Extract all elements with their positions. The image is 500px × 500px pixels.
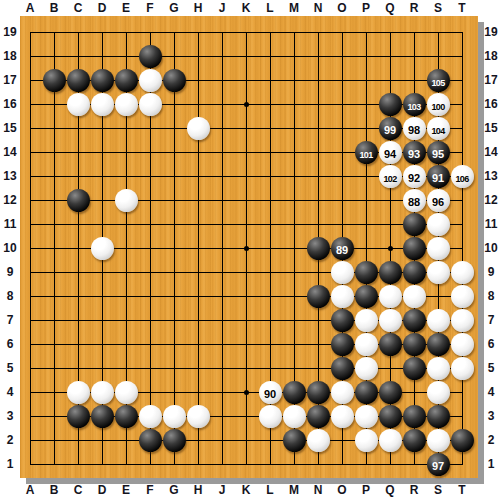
stone-white-m3 (283, 405, 306, 428)
coord-label-top-t: T (453, 2, 471, 15)
stone-white-h15 (187, 117, 210, 140)
stone-white-s2 (427, 429, 450, 452)
coord-label-left-4: 4 (1, 384, 19, 400)
coord-label-bottom-f: F (141, 484, 159, 497)
stone-black-o7 (331, 309, 354, 332)
stone-white-c16 (67, 93, 90, 116)
stone-black-p14: 101 (355, 141, 378, 164)
stone-black-d3 (91, 405, 114, 428)
stone-white-s10 (427, 237, 450, 260)
coord-label-right-14: 14 (482, 144, 500, 160)
stone-white-e12 (115, 189, 138, 212)
coord-label-left-8: 8 (1, 288, 19, 304)
move-number: 106 (455, 174, 468, 184)
coord-label-bottom-a: A (21, 484, 39, 497)
stone-black-r3 (403, 405, 426, 428)
stone-white-t6 (451, 333, 474, 356)
stone-black-g17 (163, 69, 186, 92)
stone-black-m2 (283, 429, 306, 452)
coord-label-bottom-c: C (69, 484, 87, 497)
coord-label-bottom-b: B (45, 484, 63, 497)
coord-label-bottom-k: K (237, 484, 255, 497)
coord-label-bottom-m: M (285, 484, 303, 497)
stone-white-q13: 102 (379, 165, 402, 188)
stone-black-s14: 95 (427, 141, 450, 164)
stone-white-o4 (331, 381, 354, 404)
grid-line-vertical (30, 32, 31, 465)
coord-label-bottom-p: P (357, 484, 375, 497)
stone-black-r5 (403, 357, 426, 380)
coord-label-right-7: 7 (482, 312, 500, 328)
stone-black-p4 (355, 381, 378, 404)
stone-white-r12: 88 (403, 189, 426, 212)
stone-white-p6 (355, 333, 378, 356)
stone-black-c17 (67, 69, 90, 92)
grid-line-vertical (198, 32, 199, 465)
stone-black-q6 (379, 333, 402, 356)
stone-black-f18 (139, 45, 162, 68)
star-point-k16 (244, 102, 249, 107)
coord-label-left-7: 7 (1, 312, 19, 328)
coord-label-left-5: 5 (1, 360, 19, 376)
stone-white-h3 (187, 405, 210, 428)
coord-label-right-2: 2 (482, 432, 500, 448)
coord-label-right-11: 11 (482, 216, 500, 232)
stone-white-o3 (331, 405, 354, 428)
stone-black-n10 (307, 237, 330, 260)
stone-white-o8 (331, 285, 354, 308)
stone-black-e17 (115, 69, 138, 92)
stone-black-s3 (427, 405, 450, 428)
stone-white-p2 (355, 429, 378, 452)
stone-black-r14: 93 (403, 141, 426, 164)
stone-black-q15: 99 (379, 117, 402, 140)
stone-white-n2 (307, 429, 330, 452)
stone-black-n3 (307, 405, 330, 428)
stone-black-p8 (355, 285, 378, 308)
coord-label-left-6: 6 (1, 336, 19, 352)
stone-black-p9 (355, 261, 378, 284)
move-number: 99 (384, 124, 396, 136)
move-number: 93 (408, 148, 420, 160)
stone-white-r8 (403, 285, 426, 308)
stone-black-r2 (403, 429, 426, 452)
coord-label-top-j: J (213, 2, 231, 15)
stone-white-s7 (427, 309, 450, 332)
stone-white-t8 (451, 285, 474, 308)
coord-label-top-q: Q (381, 2, 399, 15)
coord-label-right-16: 16 (482, 96, 500, 112)
move-number: 96 (432, 196, 444, 208)
stone-white-e16 (115, 93, 138, 116)
move-number: 90 (264, 388, 276, 400)
stone-black-o10: 89 (331, 237, 354, 260)
coord-label-bottom-j: J (213, 484, 231, 497)
stone-white-s5 (427, 357, 450, 380)
stone-white-s4 (427, 381, 450, 404)
coord-label-top-r: R (405, 2, 423, 15)
go-game-diagram: 1051031009998104101949395102929110688968… (0, 0, 500, 500)
coord-label-bottom-l: L (261, 484, 279, 497)
stone-black-s13: 91 (427, 165, 450, 188)
star-point-k10 (244, 246, 249, 251)
coord-label-bottom-r: R (405, 484, 423, 497)
stone-white-s11 (427, 213, 450, 236)
coord-label-right-18: 18 (482, 48, 500, 64)
coord-label-right-15: 15 (482, 120, 500, 136)
coord-label-right-10: 10 (482, 240, 500, 256)
stone-white-s15: 104 (427, 117, 450, 140)
coord-label-right-12: 12 (482, 192, 500, 208)
coord-label-top-b: B (45, 2, 63, 15)
stone-black-g2 (163, 429, 186, 452)
coord-label-top-m: M (285, 2, 303, 15)
grid-line-vertical (222, 32, 223, 465)
stone-white-p5 (355, 357, 378, 380)
stone-white-g3 (163, 405, 186, 428)
move-number: 97 (432, 460, 444, 472)
coord-label-bottom-h: H (189, 484, 207, 497)
stone-white-f3 (139, 405, 162, 428)
stone-white-r15: 98 (403, 117, 426, 140)
coord-label-bottom-s: S (429, 484, 447, 497)
stone-black-r11 (403, 213, 426, 236)
stone-black-b17 (43, 69, 66, 92)
stone-white-t7 (451, 309, 474, 332)
coord-label-top-d: D (93, 2, 111, 15)
coord-label-right-5: 5 (482, 360, 500, 376)
stone-black-r7 (403, 309, 426, 332)
stone-black-q16 (379, 93, 402, 116)
move-number: 102 (383, 174, 396, 184)
stone-white-l4: 90 (259, 381, 282, 404)
coord-label-top-e: E (117, 2, 135, 15)
coord-label-top-g: G (165, 2, 183, 15)
coord-label-top-h: H (189, 2, 207, 15)
stone-white-t13: 106 (451, 165, 474, 188)
stone-black-s1: 97 (427, 453, 450, 476)
coord-label-right-17: 17 (482, 72, 500, 88)
grid-line-vertical (54, 32, 55, 465)
coord-label-top-k: K (237, 2, 255, 15)
coord-label-bottom-o: O (333, 484, 351, 497)
coord-label-bottom-q: Q (381, 484, 399, 497)
coord-label-left-1: 1 (1, 456, 19, 472)
move-number: 88 (408, 196, 420, 208)
stone-black-m4 (283, 381, 306, 404)
coord-label-top-n: N (309, 2, 327, 15)
stone-white-c4 (67, 381, 90, 404)
stone-white-d10 (91, 237, 114, 260)
stone-black-n4 (307, 381, 330, 404)
coord-label-top-p: P (357, 2, 375, 15)
move-number: 98 (408, 124, 420, 136)
move-number: 103 (407, 102, 420, 112)
stone-black-q3 (379, 405, 402, 428)
stone-black-o5 (331, 357, 354, 380)
coord-label-bottom-g: G (165, 484, 183, 497)
stone-black-r10 (403, 237, 426, 260)
stone-white-q8 (379, 285, 402, 308)
coord-label-top-a: A (21, 2, 39, 15)
move-number: 89 (336, 244, 348, 256)
grid-line-vertical (174, 32, 175, 465)
stone-white-q2 (379, 429, 402, 452)
coord-label-right-19: 19 (482, 24, 500, 40)
stone-white-l3 (259, 405, 282, 428)
move-number: 105 (431, 78, 444, 88)
coord-label-top-f: F (141, 2, 159, 15)
coord-label-left-18: 18 (1, 48, 19, 64)
coord-label-left-2: 2 (1, 432, 19, 448)
stone-black-c3 (67, 405, 90, 428)
stone-black-s17: 105 (427, 69, 450, 92)
coord-label-bottom-d: D (93, 484, 111, 497)
stone-white-f16 (139, 93, 162, 116)
coord-label-right-3: 3 (482, 408, 500, 424)
coord-label-top-c: C (69, 2, 87, 15)
coord-label-top-s: S (429, 2, 447, 15)
stone-black-t2 (451, 429, 474, 452)
stone-white-d16 (91, 93, 114, 116)
coord-label-bottom-e: E (117, 484, 135, 497)
stone-white-s9 (427, 261, 450, 284)
coord-label-right-13: 13 (482, 168, 500, 184)
grid-line-vertical (462, 32, 463, 465)
coord-label-top-o: O (333, 2, 351, 15)
coord-label-right-8: 8 (482, 288, 500, 304)
stone-white-e4 (115, 381, 138, 404)
coord-label-left-11: 11 (1, 216, 19, 232)
stone-black-o6 (331, 333, 354, 356)
coord-label-right-4: 4 (482, 384, 500, 400)
coord-label-right-9: 9 (482, 264, 500, 280)
stone-white-p7 (355, 309, 378, 332)
stone-black-d17 (91, 69, 114, 92)
stone-white-s16: 100 (427, 93, 450, 116)
move-number: 94 (384, 148, 396, 160)
coord-label-left-13: 13 (1, 168, 19, 184)
stone-white-q14: 94 (379, 141, 402, 164)
coord-label-left-17: 17 (1, 72, 19, 88)
stone-white-f17 (139, 69, 162, 92)
coord-label-left-19: 19 (1, 24, 19, 40)
stone-white-d4 (91, 381, 114, 404)
star-point-q10 (388, 246, 393, 251)
coord-label-left-12: 12 (1, 192, 19, 208)
coord-label-top-l: L (261, 2, 279, 15)
stone-white-q7 (379, 309, 402, 332)
stone-black-q4 (379, 381, 402, 404)
move-number: 95 (432, 148, 444, 160)
coord-label-left-3: 3 (1, 408, 19, 424)
go-board[interactable]: 1051031009998104101949395102929110688968… (20, 16, 478, 478)
stone-white-t5 (451, 357, 474, 380)
coord-label-left-16: 16 (1, 96, 19, 112)
stone-black-f2 (139, 429, 162, 452)
coord-label-left-10: 10 (1, 240, 19, 256)
stone-white-r13: 92 (403, 165, 426, 188)
stone-black-r9 (403, 261, 426, 284)
star-point-k4 (244, 390, 249, 395)
move-number: 100 (431, 102, 444, 112)
stone-black-n8 (307, 285, 330, 308)
stone-black-c12 (67, 189, 90, 212)
stone-black-q9 (379, 261, 402, 284)
move-number: 101 (359, 150, 372, 160)
coord-label-left-14: 14 (1, 144, 19, 160)
coord-label-left-9: 9 (1, 264, 19, 280)
coord-label-right-6: 6 (482, 336, 500, 352)
coord-label-right-1: 1 (482, 456, 500, 472)
move-number: 91 (432, 172, 444, 184)
stone-white-o9 (331, 261, 354, 284)
move-number: 92 (408, 172, 420, 184)
stone-black-s6 (427, 333, 450, 356)
stone-black-e3 (115, 405, 138, 428)
coord-label-bottom-t: T (453, 484, 471, 497)
stone-white-t9 (451, 261, 474, 284)
coord-label-bottom-n: N (309, 484, 327, 497)
stone-black-r16: 103 (403, 93, 426, 116)
coord-label-left-15: 15 (1, 120, 19, 136)
move-number: 104 (431, 126, 444, 136)
stone-white-s12: 96 (427, 189, 450, 212)
stone-black-r6 (403, 333, 426, 356)
stone-white-p3 (355, 405, 378, 428)
